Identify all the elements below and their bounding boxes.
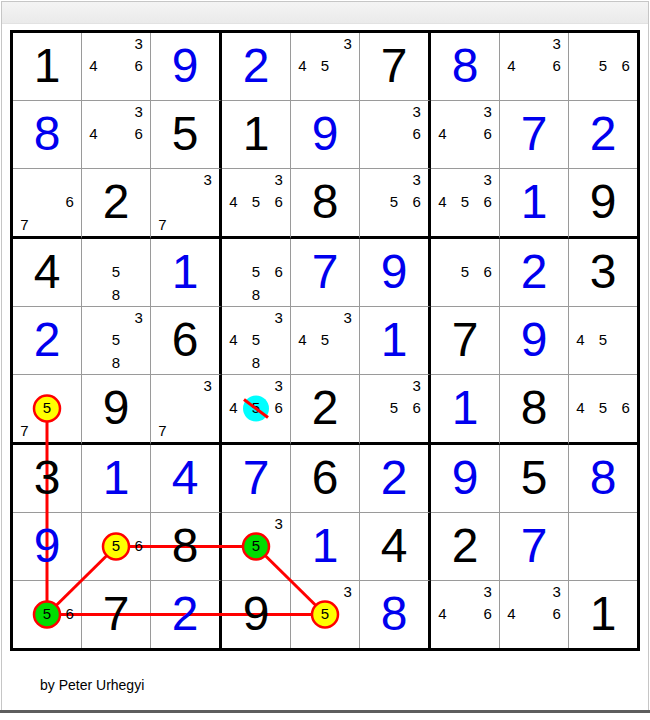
cell-r9c6[interactable]: 8 [360, 581, 431, 648]
cell-r4c1[interactable]: 4 [13, 239, 82, 307]
cell-r1c7[interactable]: 8 [431, 33, 500, 101]
solved-digit: 7 [500, 513, 568, 580]
cell-r6c6[interactable]: 356 [360, 375, 431, 445]
given-digit: 7 [431, 307, 499, 374]
candidate-digit: 3 [127, 33, 150, 55]
cell-r6c7[interactable]: 1 [431, 375, 500, 445]
candidate-digit: 6 [614, 397, 637, 419]
cell-r3c9[interactable]: 9 [569, 169, 637, 239]
given-digit: 7 [360, 33, 428, 100]
candidate-digit: 4 [291, 55, 314, 77]
candidate-digit: 5 [592, 329, 615, 351]
cell-r2c3[interactable]: 5 [151, 101, 222, 169]
cell-r8c3[interactable]: 8 [151, 513, 222, 581]
candidate-digit: 5 [105, 535, 128, 557]
cell-r8c6[interactable]: 4 [360, 513, 431, 581]
solved-digit: 1 [431, 375, 499, 442]
given-digit: 6 [291, 445, 359, 512]
candidate-digit: 3 [196, 375, 219, 397]
given-digit: 1 [13, 33, 81, 100]
cell-r8c1[interactable]: 9 [13, 513, 82, 581]
cell-r6c4[interactable]: 3456 [222, 375, 291, 445]
candidate-digit: 3 [336, 33, 359, 55]
cell-r2c2[interactable]: 346 [82, 101, 151, 169]
cell-r9c5[interactable]: 35 [291, 581, 360, 648]
candidate-digit: 5 [245, 261, 268, 283]
cell-r8c2[interactable]: 56 [82, 513, 151, 581]
candidate-digit: 5 [105, 261, 128, 283]
solved-digit: 2 [360, 445, 428, 512]
given-digit: 2 [291, 375, 359, 442]
given-digit: 8 [291, 169, 359, 236]
solved-digit: 8 [360, 581, 428, 648]
solved-digit: 9 [13, 513, 81, 580]
candidate-digit: 5 [245, 397, 268, 419]
candidate-digit: 4 [222, 191, 245, 213]
cell-r1c5[interactable]: 345 [291, 33, 360, 101]
candidate-digit: 3 [545, 581, 568, 603]
solved-digit: 1 [360, 307, 428, 374]
candidate-digit: 8 [105, 352, 128, 374]
candidate-digit: 3 [196, 169, 219, 191]
candidate-digit: 5 [454, 261, 477, 283]
candidate-digit: 3 [405, 101, 428, 123]
cell-r4c9[interactable]: 3 [569, 239, 637, 307]
cell-r7c5[interactable]: 6 [291, 445, 360, 513]
sudoku-board[interactable]: 1346923457834656834651936346726723734568… [10, 30, 640, 651]
given-digit: 2 [431, 513, 499, 580]
cell-r7c7[interactable]: 9 [431, 445, 500, 513]
candidate-digit: 6 [476, 191, 499, 213]
solved-digit: 8 [13, 101, 81, 168]
cell-r9c2[interactable]: 7 [82, 581, 151, 648]
cell-r9c8[interactable]: 346 [500, 581, 569, 648]
solved-digit: 7 [291, 239, 359, 306]
candidate-digit: 7 [13, 214, 36, 236]
candidate-digit: 8 [245, 352, 268, 374]
cell-r1c3[interactable]: 9 [151, 33, 222, 101]
cell-r8c4[interactable]: 35 [222, 513, 291, 581]
candidate-digit: 3 [267, 307, 290, 329]
cell-r3c1[interactable]: 67 [13, 169, 82, 239]
candidate-digit: 5 [245, 329, 268, 351]
given-digit: 9 [82, 375, 150, 442]
cell-r1c4[interactable]: 2 [222, 33, 291, 101]
candidate-digit: 4 [222, 397, 245, 419]
candidate-digit: 8 [105, 284, 128, 306]
candidate-digit: 5 [36, 603, 59, 625]
solved-digit: 7 [222, 445, 290, 512]
candidate-digit: 6 [267, 397, 290, 419]
cell-r7c6[interactable]: 2 [360, 445, 431, 513]
solved-digit: 1 [82, 445, 150, 512]
cell-r7c9[interactable]: 8 [569, 445, 637, 513]
cell-r6c5[interactable]: 2 [291, 375, 360, 445]
solved-digit: 1 [151, 239, 219, 306]
candidate-digit: 3 [267, 169, 290, 191]
cell-r1c2[interactable]: 346 [82, 33, 151, 101]
cell-r4c6[interactable]: 9 [360, 239, 431, 307]
solved-digit: 9 [360, 239, 428, 306]
cell-r2c8[interactable]: 7 [500, 101, 569, 169]
candidate-digit: 3 [267, 513, 290, 535]
cell-r4c7[interactable]: 56 [431, 239, 500, 307]
cell-r5c7[interactable]: 7 [431, 307, 500, 375]
solved-digit: 2 [500, 239, 568, 306]
given-digit: 2 [82, 169, 150, 236]
cell-r5c9[interactable]: 45 [569, 307, 637, 375]
candidate-digit: 5 [383, 191, 406, 213]
cell-r3c8[interactable]: 1 [500, 169, 569, 239]
solved-digit: 4 [151, 445, 219, 512]
given-digit: 3 [13, 445, 81, 512]
candidate-digit: 6 [267, 261, 290, 283]
candidate-digit: 6 [267, 191, 290, 213]
candidate-digit: 3 [336, 307, 359, 329]
cell-r2c9[interactable]: 2 [569, 101, 637, 169]
solved-digit: 2 [222, 33, 290, 100]
cell-r2c5[interactable]: 9 [291, 101, 360, 169]
candidate-digit: 6 [405, 397, 428, 419]
cell-r5c4[interactable]: 3458 [222, 307, 291, 375]
candidate-digit: 4 [82, 55, 105, 77]
cell-r2c6[interactable]: 36 [360, 101, 431, 169]
cell-r5c1[interactable]: 2 [13, 307, 82, 375]
candidate-digit: 6 [614, 55, 637, 77]
candidate-digit: 5 [454, 191, 477, 213]
candidate-digit: 4 [431, 603, 454, 625]
candidate-digit: 3 [476, 101, 499, 123]
solved-digit: 2 [13, 307, 81, 374]
cell-r4c5[interactable]: 7 [291, 239, 360, 307]
solved-digit: 9 [431, 445, 499, 512]
candidate-digit: 3 [405, 375, 428, 397]
cell-r9c3[interactable]: 2 [151, 581, 222, 648]
cell-r4c8[interactable]: 2 [500, 239, 569, 307]
candidate-digit: 6 [58, 191, 81, 213]
sudoku-grid[interactable]: 1346923457834656834651936346726723734568… [13, 33, 637, 648]
cell-r5c8[interactable]: 9 [500, 307, 569, 375]
solved-digit: 7 [500, 101, 568, 168]
cell-r5c2[interactable]: 358 [82, 307, 151, 375]
candidate-digit: 5 [592, 55, 615, 77]
given-digit: 9 [222, 581, 290, 648]
candidate-digit: 6 [405, 123, 428, 145]
candidate-digit: 3 [476, 581, 499, 603]
candidate-digit: 3 [476, 169, 499, 191]
given-digit: 1 [222, 101, 290, 168]
cell-r3c6[interactable]: 356 [360, 169, 431, 239]
cell-r9c9[interactable]: 1 [569, 581, 637, 648]
cell-r4c2[interactable]: 58 [82, 239, 151, 307]
cell-r3c7[interactable]: 3456 [431, 169, 500, 239]
solved-digit: 9 [151, 33, 219, 100]
candidate-digit: 3 [127, 101, 150, 123]
candidate-digit: 5 [314, 603, 337, 625]
given-digit: 5 [151, 101, 219, 168]
cell-r7c8[interactable]: 5 [500, 445, 569, 513]
solved-digit: 9 [500, 307, 568, 374]
candidate-digit: 5 [105, 329, 128, 351]
window-footer-band [0, 710, 650, 713]
given-digit: 8 [500, 375, 568, 442]
solved-digit: 2 [151, 581, 219, 648]
cell-r8c7[interactable]: 2 [431, 513, 500, 581]
cell-r1c9[interactable]: 56 [569, 33, 637, 101]
candidate-digit: 5 [592, 397, 615, 419]
candidate-digit: 4 [500, 603, 523, 625]
credit-text: by Peter Urhegyi [40, 677, 144, 693]
cell-r9c7[interactable]: 346 [431, 581, 500, 648]
candidate-digit: 6 [405, 191, 428, 213]
candidate-digit: 4 [569, 329, 592, 351]
candidate-digit: 3 [405, 169, 428, 191]
cell-r3c2[interactable]: 2 [82, 169, 151, 239]
candidate-digit: 3 [127, 307, 150, 329]
given-digit: 3 [569, 239, 637, 306]
candidate-digit: 5 [245, 535, 268, 557]
candidate-digit: 6 [476, 261, 499, 283]
candidate-digit: 6 [127, 535, 150, 557]
cell-r6c1[interactable]: 57 [13, 375, 82, 445]
given-digit: 7 [82, 581, 150, 648]
candidate-digit: 5 [314, 329, 337, 351]
candidate-digit: 4 [82, 123, 105, 145]
solved-digit: 1 [500, 169, 568, 236]
candidate-digit: 6 [127, 123, 150, 145]
given-digit: 1 [569, 581, 637, 648]
solved-digit: 8 [569, 445, 637, 512]
cell-r4c3[interactable]: 1 [151, 239, 222, 307]
candidate-digit: 3 [545, 33, 568, 55]
cell-r6c2[interactable]: 9 [82, 375, 151, 445]
cell-r7c3[interactable]: 4 [151, 445, 222, 513]
cell-r7c2[interactable]: 1 [82, 445, 151, 513]
cell-r3c4[interactable]: 3456 [222, 169, 291, 239]
candidate-digit: 6 [58, 603, 81, 625]
cell-r1c1[interactable]: 1 [13, 33, 82, 101]
candidate-digit: 7 [151, 214, 174, 236]
cell-r5c5[interactable]: 345 [291, 307, 360, 375]
candidate-digit: 3 [267, 375, 290, 397]
candidate-digit: 4 [291, 329, 314, 351]
given-digit: 5 [500, 445, 568, 512]
candidate-digit: 4 [431, 191, 454, 213]
solved-digit: 9 [291, 101, 359, 168]
candidate-digit: 6 [545, 55, 568, 77]
cell-r3c5[interactable]: 8 [291, 169, 360, 239]
given-digit: 9 [569, 169, 637, 236]
cell-r6c9[interactable]: 456 [569, 375, 637, 445]
cell-r7c4[interactable]: 7 [222, 445, 291, 513]
given-digit: 8 [151, 513, 219, 580]
candidate-digit: 7 [151, 420, 174, 442]
cell-r6c8[interactable]: 8 [500, 375, 569, 445]
candidate-digit: 8 [245, 284, 268, 306]
candidate-digit: 4 [431, 123, 454, 145]
window-titlebar [2, 2, 648, 24]
given-digit: 4 [13, 239, 81, 306]
given-digit: 4 [360, 513, 428, 580]
candidate-digit: 4 [569, 397, 592, 419]
cell-r2c7[interactable]: 346 [431, 101, 500, 169]
solved-digit: 2 [569, 101, 637, 168]
candidate-digit: 5 [36, 397, 59, 419]
candidate-digit: 6 [545, 603, 568, 625]
candidate-digit: 7 [13, 420, 36, 442]
candidate-digit: 6 [476, 603, 499, 625]
candidate-digit: 3 [336, 581, 359, 603]
candidate-digit: 4 [222, 329, 245, 351]
cell-r1c8[interactable]: 346 [500, 33, 569, 101]
cell-r8c9[interactable] [569, 513, 637, 581]
candidate-digit: 6 [127, 55, 150, 77]
candidate-digit: 5 [314, 55, 337, 77]
cell-r8c5[interactable]: 1 [291, 513, 360, 581]
cell-r5c6[interactable]: 1 [360, 307, 431, 375]
candidate-digit: 6 [476, 123, 499, 145]
cell-r9c1[interactable]: 56 [13, 581, 82, 648]
cell-r5c3[interactable]: 6 [151, 307, 222, 375]
cell-r9c4[interactable]: 9 [222, 581, 291, 648]
solved-digit: 1 [291, 513, 359, 580]
cell-r7c1[interactable]: 3 [13, 445, 82, 513]
cell-r3c3[interactable]: 37 [151, 169, 222, 239]
candidate-digit: 5 [245, 191, 268, 213]
candidate-digit: 4 [500, 55, 523, 77]
cell-r2c1[interactable]: 8 [13, 101, 82, 169]
cell-r8c8[interactable]: 7 [500, 513, 569, 581]
solved-digit: 8 [431, 33, 499, 100]
cell-r6c3[interactable]: 37 [151, 375, 222, 445]
cell-r1c6[interactable]: 7 [360, 33, 431, 101]
given-digit: 6 [151, 307, 219, 374]
candidate-digit: 5 [383, 397, 406, 419]
cell-r2c4[interactable]: 1 [222, 101, 291, 169]
cell-r4c4[interactable]: 568 [222, 239, 291, 307]
